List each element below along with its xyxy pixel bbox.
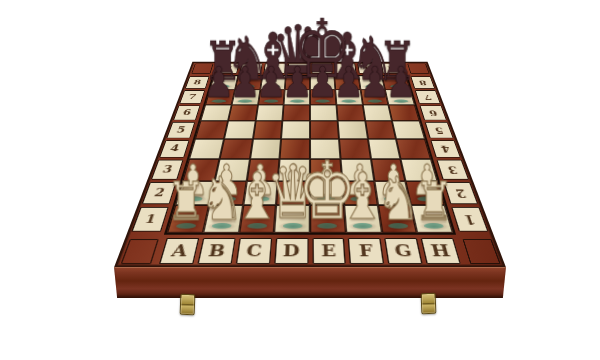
square-a6[interactable] <box>200 105 231 121</box>
file-label-bottom-h: H <box>421 238 461 264</box>
rank-label-left-7: 7 <box>179 90 205 103</box>
square-e1[interactable]: ♚ <box>310 205 346 232</box>
square-g7[interactable]: ♟ <box>360 90 388 105</box>
file-label-bottom-d: D <box>274 238 308 264</box>
brass-clasp-right <box>421 293 437 315</box>
brass-clasp-left <box>180 294 196 316</box>
file-label-bottom-f: F <box>348 238 384 264</box>
rank-label-right-6: 6 <box>420 105 447 120</box>
square-g6[interactable] <box>362 105 392 121</box>
playing-area: ♜♞♝♛♚♝♞♜♟♟♟♟♟♟♟♟♟♟♟♟♟♟♟♟♜♞♝♛♚♝♞♜ <box>164 75 456 235</box>
square-h7[interactable]: ♟ <box>385 90 415 105</box>
file-label-bottom-g: G <box>384 238 422 264</box>
chess-board: ABCDEFGH 87654321 ♜♞♝♛♚♝♞♜♟♟♟♟♟♟♟♟♟♟♟♟♟♟… <box>114 62 506 268</box>
square-c6[interactable] <box>255 105 284 121</box>
square-a5[interactable] <box>195 121 228 139</box>
square-h5[interactable] <box>392 121 425 139</box>
rank-label-right-5: 5 <box>425 122 454 138</box>
file-label-bottom-e: E <box>312 238 346 264</box>
rank-label-right-1: 1 <box>451 207 489 232</box>
square-h6[interactable] <box>389 105 420 121</box>
square-b6[interactable] <box>228 105 258 121</box>
square-e6[interactable] <box>310 105 337 121</box>
square-c5[interactable] <box>253 121 283 139</box>
square-f7[interactable]: ♟ <box>335 90 362 105</box>
rank-label-right-7: 7 <box>415 90 441 103</box>
board-corner-bottom-left <box>114 235 164 268</box>
square-d5[interactable] <box>281 121 310 139</box>
board-corner-bottom-right <box>456 235 506 268</box>
square-f6[interactable] <box>336 105 365 121</box>
chess-set-photo: ABCDEFGH 87654321 ♜♞♝♛♚♝♞♜♟♟♟♟♟♟♟♟♟♟♟♟♟♟… <box>0 0 600 360</box>
rank-label-left-6: 6 <box>173 105 200 120</box>
board-front-edge <box>114 267 506 298</box>
square-f5[interactable] <box>337 121 367 139</box>
piece-white-king-e1[interactable]: ♚ <box>298 153 357 227</box>
file-label-bottom-b: B <box>197 238 235 264</box>
file-label-bottom-a: A <box>159 238 199 264</box>
square-g5[interactable] <box>365 121 396 139</box>
file-label-bottom-c: C <box>235 238 271 264</box>
square-e5[interactable] <box>310 121 339 139</box>
rank-label-left-1: 1 <box>131 207 169 232</box>
rank-label-left-5: 5 <box>166 122 195 138</box>
square-d6[interactable] <box>283 105 310 121</box>
square-b5[interactable] <box>224 121 255 139</box>
piece-black-pawn-h7[interactable]: ♟ <box>385 62 416 101</box>
file-labels-bottom: ABCDEFGH <box>154 235 466 268</box>
